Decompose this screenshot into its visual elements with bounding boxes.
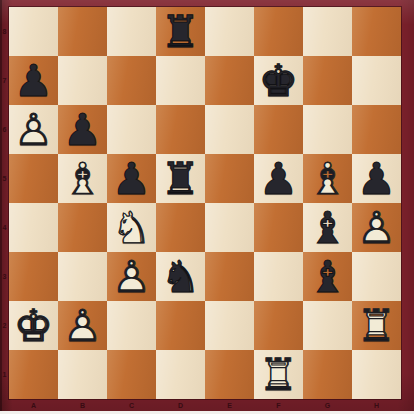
square-c5[interactable]: ♟ xyxy=(107,154,156,203)
square-g6[interactable] xyxy=(303,105,352,154)
square-d3[interactable]: ♞ xyxy=(156,252,205,301)
piece-black-pawn[interactable]: ♟ xyxy=(107,154,156,203)
square-c4[interactable]: ♞♘ xyxy=(107,203,156,252)
square-e2[interactable] xyxy=(205,301,254,350)
square-d2[interactable] xyxy=(156,301,205,350)
file-labels: ABCDEFGH xyxy=(9,399,401,411)
square-g4[interactable]: ♝ xyxy=(303,203,352,252)
square-a4[interactable] xyxy=(9,203,58,252)
file-label-e: E xyxy=(205,399,254,411)
square-b6[interactable]: ♟ xyxy=(58,105,107,154)
square-c1[interactable] xyxy=(107,350,156,399)
square-h7[interactable] xyxy=(352,56,401,105)
file-label-g: G xyxy=(303,399,352,411)
piece-white-rook[interactable]: ♜♖ xyxy=(352,301,401,350)
rank-label-5: 5 xyxy=(0,154,9,203)
square-e7[interactable] xyxy=(205,56,254,105)
piece-white-king[interactable]: ♚♔ xyxy=(9,301,58,350)
rank-label-2: 2 xyxy=(0,301,9,350)
square-e3[interactable] xyxy=(205,252,254,301)
piece-white-knight[interactable]: ♞♘ xyxy=(107,203,156,252)
square-h3[interactable] xyxy=(352,252,401,301)
square-d7[interactable] xyxy=(156,56,205,105)
square-f1[interactable]: ♜♖ xyxy=(254,350,303,399)
square-g3[interactable]: ♝ xyxy=(303,252,352,301)
square-a1[interactable] xyxy=(9,350,58,399)
square-e8[interactable] xyxy=(205,7,254,56)
square-e1[interactable] xyxy=(205,350,254,399)
piece-white-pawn[interactable]: ♟♙ xyxy=(58,301,107,350)
square-f6[interactable] xyxy=(254,105,303,154)
square-f2[interactable] xyxy=(254,301,303,350)
square-b1[interactable] xyxy=(58,350,107,399)
square-g7[interactable] xyxy=(303,56,352,105)
piece-white-pawn[interactable]: ♟♙ xyxy=(9,105,58,154)
square-f8[interactable] xyxy=(254,7,303,56)
square-h2[interactable]: ♜♖ xyxy=(352,301,401,350)
file-label-a: A xyxy=(9,399,58,411)
square-h4[interactable]: ♟♙ xyxy=(352,203,401,252)
piece-black-king[interactable]: ♚ xyxy=(254,56,303,105)
piece-black-pawn[interactable]: ♟ xyxy=(254,154,303,203)
rank-label-8: 8 xyxy=(0,7,9,56)
piece-black-knight[interactable]: ♞ xyxy=(156,252,205,301)
square-c6[interactable] xyxy=(107,105,156,154)
square-b2[interactable]: ♟♙ xyxy=(58,301,107,350)
rank-labels: 87654321 xyxy=(0,7,9,399)
square-c8[interactable] xyxy=(107,7,156,56)
square-g2[interactable] xyxy=(303,301,352,350)
square-c3[interactable]: ♟♙ xyxy=(107,252,156,301)
rank-label-4: 4 xyxy=(0,203,9,252)
square-d1[interactable] xyxy=(156,350,205,399)
square-a8[interactable] xyxy=(9,7,58,56)
square-h6[interactable] xyxy=(352,105,401,154)
square-h8[interactable] xyxy=(352,7,401,56)
file-label-c: C xyxy=(107,399,156,411)
file-label-f: F xyxy=(254,399,303,411)
square-a3[interactable] xyxy=(9,252,58,301)
square-b8[interactable] xyxy=(58,7,107,56)
rank-label-6: 6 xyxy=(0,105,9,154)
square-a7[interactable]: ♟ xyxy=(9,56,58,105)
piece-white-pawn[interactable]: ♟♙ xyxy=(352,203,401,252)
square-b7[interactable] xyxy=(58,56,107,105)
square-b4[interactable] xyxy=(58,203,107,252)
square-f5[interactable]: ♟ xyxy=(254,154,303,203)
square-e5[interactable] xyxy=(205,154,254,203)
square-d6[interactable] xyxy=(156,105,205,154)
rank-label-1: 1 xyxy=(0,350,9,399)
rank-label-7: 7 xyxy=(0,56,9,105)
square-a5[interactable] xyxy=(9,154,58,203)
square-c7[interactable] xyxy=(107,56,156,105)
piece-black-rook[interactable]: ♜ xyxy=(156,7,205,56)
square-g8[interactable] xyxy=(303,7,352,56)
square-g5[interactable]: ♝♗ xyxy=(303,154,352,203)
square-e6[interactable] xyxy=(205,105,254,154)
square-a6[interactable]: ♟♙ xyxy=(9,105,58,154)
piece-white-bishop[interactable]: ♝♗ xyxy=(303,154,352,203)
square-d8[interactable]: ♜ xyxy=(156,7,205,56)
file-label-d: D xyxy=(156,399,205,411)
piece-white-rook[interactable]: ♜♖ xyxy=(254,350,303,399)
square-b3[interactable] xyxy=(58,252,107,301)
piece-black-pawn[interactable]: ♟ xyxy=(9,56,58,105)
chess-board: ♜♟♚♟♙♟♝♗♟♜♟♝♗♟♞♘♝♟♙♟♙♞♝♚♔♟♙♜♖♜♖ xyxy=(9,7,401,399)
square-a2[interactable]: ♚♔ xyxy=(9,301,58,350)
piece-black-bishop[interactable]: ♝ xyxy=(303,252,352,301)
square-f3[interactable] xyxy=(254,252,303,301)
file-label-h: H xyxy=(352,399,401,411)
piece-white-pawn[interactable]: ♟♙ xyxy=(107,252,156,301)
square-h1[interactable] xyxy=(352,350,401,399)
file-label-b: B xyxy=(58,399,107,411)
rank-label-3: 3 xyxy=(0,252,9,301)
square-d4[interactable] xyxy=(156,203,205,252)
square-e4[interactable] xyxy=(205,203,254,252)
square-f7[interactable]: ♚ xyxy=(254,56,303,105)
piece-white-bishop[interactable]: ♝♗ xyxy=(58,154,107,203)
piece-black-bishop[interactable]: ♝ xyxy=(303,203,352,252)
chess-board-frame: ♜♟♚♟♙♟♝♗♟♜♟♝♗♟♞♘♝♟♙♟♙♞♝♚♔♟♙♜♖♜♖ 87654321… xyxy=(0,0,414,414)
square-c2[interactable] xyxy=(107,301,156,350)
piece-black-pawn[interactable]: ♟ xyxy=(58,105,107,154)
square-g1[interactable] xyxy=(303,350,352,399)
piece-black-pawn[interactable]: ♟ xyxy=(352,154,401,203)
square-f4[interactable] xyxy=(254,203,303,252)
square-h5[interactable]: ♟ xyxy=(352,154,401,203)
square-b5[interactable]: ♝♗ xyxy=(58,154,107,203)
piece-black-rook[interactable]: ♜ xyxy=(156,154,205,203)
square-d5[interactable]: ♜ xyxy=(156,154,205,203)
